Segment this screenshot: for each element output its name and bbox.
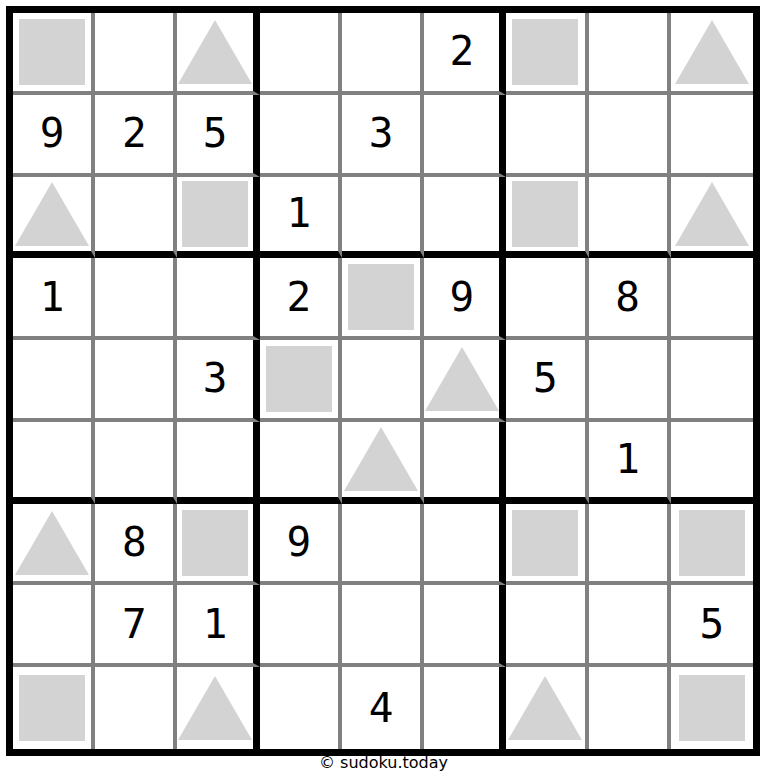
given-digit: 1: [203, 604, 228, 645]
given-digit: 9: [449, 277, 474, 318]
page: 2925311298351897154 © sudoku.today: [0, 0, 767, 777]
shaded-triangle-marker: [675, 182, 749, 246]
shaded-square-marker: [266, 346, 332, 412]
cell-r7c3[interactable]: [177, 504, 259, 586]
cell-r4c8[interactable]: 8: [589, 258, 671, 340]
cell-r8c8[interactable]: [589, 585, 671, 667]
cell-r9c3[interactable]: [177, 667, 259, 749]
cell-r6c7[interactable]: [506, 422, 588, 504]
cell-r8c6[interactable]: [424, 585, 506, 667]
given-digit: 5: [700, 604, 725, 645]
cell-r3c6[interactable]: [424, 177, 506, 259]
cell-r4c3[interactable]: [177, 258, 259, 340]
shaded-square-marker: [512, 510, 578, 576]
cell-r7c2[interactable]: 8: [95, 504, 177, 586]
given-digit: 1: [286, 193, 311, 234]
shaded-triangle-marker: [15, 511, 89, 575]
cell-r9c2[interactable]: [95, 667, 177, 749]
given-digit: 8: [122, 522, 147, 563]
cell-r3c3[interactable]: [177, 177, 259, 259]
cell-r1c8[interactable]: [589, 13, 671, 95]
given-digit: 2: [449, 31, 474, 72]
given-digit: 2: [286, 277, 311, 318]
copyright-credit: © sudoku.today: [0, 753, 767, 772]
cell-r5c3[interactable]: 3: [177, 340, 259, 422]
cell-r8c7[interactable]: [506, 585, 588, 667]
cell-r2c3[interactable]: 5: [177, 95, 259, 177]
cell-r9c5[interactable]: 4: [342, 667, 424, 749]
given-digit: 1: [615, 439, 640, 480]
cell-r2c6[interactable]: [424, 95, 506, 177]
cell-r3c8[interactable]: [589, 177, 671, 259]
cell-r5c5[interactable]: [342, 340, 424, 422]
given-digit: 8: [615, 277, 640, 318]
cell-r1c7[interactable]: [506, 13, 588, 95]
cell-r4c2[interactable]: [95, 258, 177, 340]
cell-r9c7[interactable]: [506, 667, 588, 749]
cell-r5c7[interactable]: 5: [506, 340, 588, 422]
cell-r2c1[interactable]: 9: [13, 95, 95, 177]
shaded-triangle-marker: [178, 20, 252, 84]
cell-r5c2[interactable]: [95, 340, 177, 422]
cell-r7c7[interactable]: [506, 504, 588, 586]
cell-r1c9[interactable]: [671, 13, 753, 95]
given-digit: 1: [40, 277, 65, 318]
cell-r7c5[interactable]: [342, 504, 424, 586]
cell-r4c5[interactable]: [342, 258, 424, 340]
shaded-square-marker: [19, 675, 85, 741]
cell-r3c1[interactable]: [13, 177, 95, 259]
cell-r2c4[interactable]: [260, 95, 342, 177]
cell-r4c4[interactable]: 2: [260, 258, 342, 340]
given-digit: 9: [40, 113, 65, 154]
cell-r7c8[interactable]: [589, 504, 671, 586]
given-digit: 3: [369, 113, 394, 154]
cell-r5c4[interactable]: [260, 340, 342, 422]
cell-r9c6[interactable]: [424, 667, 506, 749]
cell-r1c3[interactable]: [177, 13, 259, 95]
cell-r1c1[interactable]: [13, 13, 95, 95]
cell-r2c2[interactable]: 2: [95, 95, 177, 177]
shaded-square-marker: [679, 510, 745, 576]
cell-r1c4[interactable]: [260, 13, 342, 95]
cell-r3c4[interactable]: 1: [260, 177, 342, 259]
cell-r9c4[interactable]: [260, 667, 342, 749]
shaded-square-marker: [679, 675, 745, 741]
cell-r6c8[interactable]: 1: [589, 422, 671, 504]
cell-r8c4[interactable]: [260, 585, 342, 667]
cell-r8c9[interactable]: 5: [671, 585, 753, 667]
cell-r2c7[interactable]: [506, 95, 588, 177]
cell-r4c7[interactable]: [506, 258, 588, 340]
cell-r2c9[interactable]: [671, 95, 753, 177]
cell-r7c9[interactable]: [671, 504, 753, 586]
cell-r5c1[interactable]: [13, 340, 95, 422]
cell-r1c6[interactable]: 2: [424, 13, 506, 95]
cell-r5c9[interactable]: [671, 340, 753, 422]
cell-r9c8[interactable]: [589, 667, 671, 749]
cell-r6c6[interactable]: [424, 422, 506, 504]
cell-r4c6[interactable]: 9: [424, 258, 506, 340]
cell-r6c9[interactable]: [671, 422, 753, 504]
cell-r9c9[interactable]: [671, 667, 753, 749]
shaded-square-marker: [512, 19, 578, 85]
cell-r6c3[interactable]: [177, 422, 259, 504]
cell-r4c9[interactable]: [671, 258, 753, 340]
cell-r1c5[interactable]: [342, 13, 424, 95]
shaded-triangle-marker: [344, 427, 418, 491]
shaded-square-marker: [182, 181, 248, 247]
cell-r6c5[interactable]: [342, 422, 424, 504]
cell-r3c2[interactable]: [95, 177, 177, 259]
given-digit: 2: [122, 113, 147, 154]
cell-r7c4[interactable]: 9: [260, 504, 342, 586]
cell-r8c5[interactable]: [342, 585, 424, 667]
cell-r7c1[interactable]: [13, 504, 95, 586]
cell-r3c5[interactable]: [342, 177, 424, 259]
cell-r6c4[interactable]: [260, 422, 342, 504]
shaded-triangle-marker: [508, 676, 582, 740]
shaded-square-marker: [182, 510, 248, 576]
shaded-triangle-marker: [15, 182, 89, 246]
cell-r9c1[interactable]: [13, 667, 95, 749]
given-digit: 5: [203, 113, 228, 154]
cell-r3c7[interactable]: [506, 177, 588, 259]
shaded-triangle-marker: [425, 347, 499, 411]
given-digit: 3: [203, 358, 228, 399]
cell-r2c5[interactable]: 3: [342, 95, 424, 177]
shaded-square-marker: [348, 264, 414, 330]
given-digit: 4: [369, 688, 394, 729]
sudoku-board: 2925311298351897154: [6, 6, 760, 756]
given-digit: 9: [286, 522, 311, 563]
cell-r2c8[interactable]: [589, 95, 671, 177]
cell-r8c2[interactable]: 7: [95, 585, 177, 667]
shaded-triangle-marker: [178, 676, 252, 740]
cell-r7c6[interactable]: [424, 504, 506, 586]
cell-r5c6[interactable]: [424, 340, 506, 422]
cell-r4c1[interactable]: 1: [13, 258, 95, 340]
cell-r6c1[interactable]: [13, 422, 95, 504]
cell-r1c2[interactable]: [95, 13, 177, 95]
shaded-square-marker: [512, 181, 578, 247]
shaded-square-marker: [19, 19, 85, 85]
cell-r6c2[interactable]: [95, 422, 177, 504]
cell-r5c8[interactable]: [589, 340, 671, 422]
given-digit: 5: [533, 358, 558, 399]
cell-r3c9[interactable]: [671, 177, 753, 259]
cell-r8c3[interactable]: 1: [177, 585, 259, 667]
cell-r8c1[interactable]: [13, 585, 95, 667]
shaded-triangle-marker: [675, 20, 749, 84]
given-digit: 7: [122, 604, 147, 645]
